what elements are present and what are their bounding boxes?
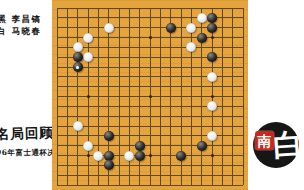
white-stone [83, 33, 93, 43]
white-stone [207, 72, 217, 82]
white-stone [83, 141, 93, 151]
star-point [211, 95, 214, 98]
black-stone [104, 131, 114, 141]
grid-line-horizontal [57, 165, 243, 166]
grid-line-horizontal [57, 185, 243, 186]
grid-line-horizontal [57, 126, 243, 127]
logo-nan-stamp: 南 [255, 131, 274, 150]
black-stone [176, 151, 186, 161]
black-stone [197, 141, 207, 151]
star-point [149, 154, 152, 157]
white-player-label: 白 马晓春 [0, 26, 41, 38]
white-stone [186, 23, 196, 33]
white-stone [207, 101, 217, 111]
star-point [211, 36, 214, 39]
grid-line-horizontal [57, 47, 243, 48]
black-stone [197, 33, 207, 43]
white-stone [207, 131, 217, 141]
black-player-label: 黑 李昌镐 [0, 14, 41, 26]
star-point [149, 36, 152, 39]
star-point [87, 154, 90, 157]
star-point [211, 154, 214, 157]
white-stone [73, 42, 83, 52]
black-stone [135, 151, 145, 161]
black-stone [135, 141, 145, 151]
black-stone [207, 13, 217, 23]
caption-title: 名局回顾 [0, 124, 54, 144]
grid-line-horizontal [57, 116, 243, 117]
black-stone [73, 52, 83, 62]
grid-line-horizontal [57, 8, 243, 9]
white-stone [186, 42, 196, 52]
black-stone [166, 23, 176, 33]
star-point [87, 95, 90, 98]
go-board [52, 0, 248, 190]
grid-line-horizontal [57, 67, 243, 68]
white-stone [104, 23, 114, 33]
grid-line-horizontal [57, 175, 243, 176]
black-stone [104, 151, 114, 161]
white-stone [124, 151, 134, 161]
last-move-marker [76, 66, 79, 69]
black-stone [104, 160, 114, 170]
grid-line-horizontal [57, 86, 243, 87]
logo-nan-character: 南 [258, 134, 272, 148]
black-stone [73, 62, 83, 72]
video-thumbnail: 黑 李昌镐 白 马晓春 名局回顾 96年富士通杯决赛 白 南 [0, 0, 304, 190]
white-stone [197, 13, 207, 23]
white-stone [83, 52, 93, 62]
white-stone [93, 151, 103, 161]
black-stone [207, 52, 217, 62]
logo-bai-character: 白 [272, 123, 304, 167]
star-point [149, 95, 152, 98]
black-stone [207, 23, 217, 33]
white-stone [73, 121, 83, 131]
